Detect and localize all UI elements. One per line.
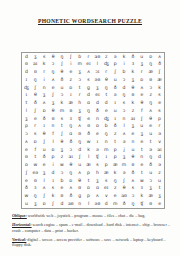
grid-cell[interactable]: ɜ — [31, 185, 40, 193]
grid-cell[interactable]: ŋ — [31, 76, 40, 84]
grid-cell[interactable]: t — [146, 138, 155, 146]
grid-cell[interactable]: ŋ — [66, 169, 75, 177]
grid-cell[interactable]: l — [84, 200, 93, 208]
grid-cell[interactable]: n — [120, 115, 129, 123]
grid-cell[interactable]: ɒ — [40, 107, 49, 115]
grid-cell[interactable]: t — [137, 169, 146, 177]
grid-cell[interactable]: ɔɪ — [93, 69, 102, 77]
grid-cell[interactable]: s — [155, 107, 164, 115]
grid-cell[interactable]: ð — [66, 138, 75, 146]
grid-cell[interactable]: d — [102, 100, 111, 108]
grid-cell[interactable]: ŋ — [120, 92, 129, 100]
grid-cell[interactable]: u — [137, 123, 146, 131]
grid-cell[interactable]: ʧ — [137, 200, 146, 208]
grid-cell[interactable]: ʒ — [40, 92, 49, 100]
grid-cell[interactable]: ŋ — [146, 154, 155, 162]
grid-cell[interactable]: ʊ — [58, 193, 67, 201]
grid-cell[interactable]: k — [129, 100, 138, 108]
grid-cell[interactable]: s — [49, 185, 58, 193]
grid-cell[interactable]: t — [31, 154, 40, 162]
grid-cell[interactable]: æ — [84, 162, 93, 170]
grid-cell[interactable]: h — [93, 169, 102, 177]
grid-cell[interactable]: ʃ — [111, 69, 120, 77]
grid-cell[interactable]: e — [40, 162, 49, 170]
grid-cell[interactable]: ʒ — [75, 107, 84, 115]
grid-cell[interactable]: aʊ — [66, 200, 75, 208]
grid-cell[interactable]: ŋ — [31, 193, 40, 201]
grid-cell[interactable]: ʒ — [120, 154, 129, 162]
grid-cell[interactable]: ʃ — [137, 115, 146, 123]
grid-cell[interactable]: ʌ — [155, 53, 164, 61]
grid-cell[interactable]: e — [111, 193, 120, 201]
grid-cell[interactable]: ɔ — [120, 107, 129, 115]
grid-cell[interactable]: ð — [146, 162, 155, 170]
grid-cell[interactable]: ʌ — [84, 69, 93, 77]
grid-cell[interactable]: i — [120, 61, 129, 69]
grid-cell[interactable]: h — [75, 100, 84, 108]
grid-cell[interactable]: z — [58, 154, 67, 162]
grid-cell[interactable]: ʃ — [49, 92, 58, 100]
grid-cell[interactable]: n — [75, 200, 84, 208]
grid-cell[interactable]: ʌ — [75, 123, 84, 131]
grid-cell[interactable]: l — [84, 154, 93, 162]
grid-cell[interactable]: ɔ — [49, 61, 58, 69]
grid-cell[interactable]: ʃ — [58, 131, 67, 139]
grid-cell[interactable]: ŋ — [84, 107, 93, 115]
grid-cell[interactable]: ʒ — [129, 76, 138, 84]
grid-cell[interactable]: u — [40, 146, 49, 154]
grid-cell[interactable]: ʧ — [75, 115, 84, 123]
grid-cell[interactable]: p — [49, 154, 58, 162]
grid-cell[interactable]: ʊ — [75, 131, 84, 139]
grid-cell[interactable]: ʃ — [31, 107, 40, 115]
grid-cell[interactable]: aɪ — [129, 115, 138, 123]
grid-cell[interactable]: ə — [146, 146, 155, 154]
grid-cell[interactable]: ŋ — [146, 61, 155, 69]
grid-cell[interactable]: ʌ — [120, 131, 129, 139]
grid-cell[interactable]: e — [137, 92, 146, 100]
grid-cell[interactable]: ʃ — [40, 193, 49, 201]
grid-cell[interactable]: ɪ — [22, 92, 31, 100]
grid-cell[interactable]: r — [137, 69, 146, 77]
grid-cell[interactable]: m — [58, 107, 67, 115]
grid-cell[interactable]: ŋ — [102, 131, 111, 139]
grid-cell[interactable]: ð — [111, 123, 120, 131]
grid-cell[interactable]: d — [58, 200, 67, 208]
grid-cell[interactable]: ɡ — [75, 193, 84, 201]
grid-cell[interactable]: eɪ — [84, 61, 93, 69]
grid-cell[interactable]: u — [146, 169, 155, 177]
grid-cell[interactable]: u — [137, 53, 146, 61]
grid-cell[interactable]: ŋ — [66, 123, 75, 131]
grid-cell[interactable]: e — [22, 177, 31, 185]
grid-cell[interactable]: æ — [155, 76, 164, 84]
grid-cell[interactable]: w — [137, 177, 146, 185]
grid-cell[interactable]: ɪ — [49, 177, 58, 185]
grid-cell[interactable]: ɡ — [84, 84, 93, 92]
grid-cell[interactable]: u — [146, 131, 155, 139]
grid-cell[interactable]: u — [58, 84, 67, 92]
grid-cell[interactable]: e — [31, 115, 40, 123]
grid-cell[interactable]: ʊ — [129, 92, 138, 100]
grid-cell[interactable]: s — [84, 76, 93, 84]
grid-cell[interactable]: ð — [129, 169, 138, 177]
grid-cell[interactable]: t — [75, 84, 84, 92]
grid-cell[interactable]: l — [120, 123, 129, 131]
grid-cell[interactable]: s — [120, 100, 129, 108]
grid-cell[interactable]: ʒ — [129, 123, 138, 131]
grid-cell[interactable]: p — [111, 154, 120, 162]
grid-cell[interactable]: ŋ — [129, 200, 138, 208]
grid-cell[interactable]: ð — [40, 154, 49, 162]
grid-cell[interactable]: v — [102, 193, 111, 201]
grid-cell[interactable]: θ — [120, 185, 129, 193]
grid-cell[interactable]: aɪ — [66, 154, 75, 162]
grid-cell[interactable]: i — [66, 61, 75, 69]
grid-cell[interactable]: ʊ — [31, 177, 40, 185]
grid-cell[interactable]: ʃ — [31, 84, 40, 92]
grid-cell[interactable]: ŋ — [58, 53, 67, 61]
grid-cell[interactable]: θ — [75, 177, 84, 185]
grid-cell[interactable]: θ — [58, 69, 67, 77]
grid-cell[interactable]: θ — [49, 107, 58, 115]
grid-cell[interactable]: e — [93, 131, 102, 139]
grid-cell[interactable]: s — [31, 131, 40, 139]
grid-cell[interactable]: n — [102, 138, 111, 146]
grid-cell[interactable]: ʒ — [93, 84, 102, 92]
grid-cell[interactable]: ŋ — [102, 84, 111, 92]
grid-cell[interactable]: ɪ — [111, 115, 120, 123]
grid-cell[interactable]: ə — [120, 138, 129, 146]
grid-cell[interactable]: ʒ — [155, 193, 164, 201]
grid-cell[interactable]: ə — [155, 131, 164, 139]
grid-cell[interactable]: ŋ — [49, 69, 58, 77]
grid-cell[interactable]: ŋ — [146, 100, 155, 108]
grid-cell[interactable]: ŋ — [111, 177, 120, 185]
grid-cell[interactable]: s — [102, 177, 111, 185]
grid-cell[interactable]: t — [22, 100, 31, 108]
grid-cell[interactable]: e — [146, 123, 155, 131]
grid-cell[interactable]: z — [102, 53, 111, 61]
grid-cell[interactable]: s — [155, 92, 164, 100]
grid-cell[interactable]: θ — [102, 76, 111, 84]
grid-cell[interactable]: ɒ — [93, 123, 102, 131]
grid-cell[interactable]: u — [22, 200, 31, 208]
grid-cell[interactable]: s — [129, 185, 138, 193]
grid-cell[interactable]: ʒ — [22, 115, 31, 123]
grid-cell[interactable]: ɔ — [146, 177, 155, 185]
grid-cell[interactable]: θ — [129, 154, 138, 162]
grid-cell[interactable]: ʌ — [49, 76, 58, 84]
grid-cell[interactable]: ɒ — [84, 185, 93, 193]
grid-cell[interactable]: d — [93, 100, 102, 108]
grid-cell[interactable]: ʒ — [31, 200, 40, 208]
grid-cell[interactable]: aʊ — [120, 193, 129, 201]
grid-cell[interactable]: m — [75, 61, 84, 69]
grid-cell[interactable]: z — [129, 107, 138, 115]
grid-cell[interactable]: t — [102, 92, 111, 100]
grid-cell[interactable]: ɒ — [66, 177, 75, 185]
grid-cell[interactable]: ʃ — [155, 69, 164, 77]
grid-cell[interactable]: n — [40, 84, 49, 92]
grid-cell[interactable]: k — [137, 193, 146, 201]
grid-cell[interactable]: m — [102, 146, 111, 154]
grid-cell[interactable]: p — [111, 146, 120, 154]
grid-cell[interactable]: aɪ — [155, 146, 164, 154]
grid-cell[interactable]: ʒ — [137, 61, 146, 69]
grid-cell[interactable]: t — [111, 138, 120, 146]
grid-cell[interactable]: z — [111, 185, 120, 193]
grid-cell[interactable]: ð — [31, 100, 40, 108]
grid-cell[interactable]: ɑ — [84, 100, 93, 108]
grid-cell[interactable]: j — [120, 146, 129, 154]
grid-cell[interactable]: ɔ — [58, 169, 67, 177]
grid-cell[interactable]: θ — [40, 131, 49, 139]
grid-cell[interactable]: ð — [129, 53, 138, 61]
grid-cell[interactable]: d — [102, 200, 111, 208]
grid-cell[interactable]: θ — [129, 84, 138, 92]
grid-cell[interactable]: ʊ — [49, 115, 58, 123]
grid-cell[interactable]: t — [84, 177, 93, 185]
grid-cell[interactable]: ʤ — [22, 84, 31, 92]
grid-cell[interactable]: ə — [120, 169, 129, 177]
grid-cell[interactable]: ɪ — [40, 123, 49, 131]
grid-cell[interactable]: ʊ — [31, 69, 40, 77]
grid-cell[interactable]: ʊ — [146, 76, 155, 84]
grid-cell[interactable]: n — [93, 115, 102, 123]
grid-cell[interactable]: ə — [111, 92, 120, 100]
grid-cell[interactable]: ʊ — [66, 107, 75, 115]
grid-cell[interactable]: u — [111, 107, 120, 115]
grid-cell[interactable]: k — [40, 61, 49, 69]
grid-cell[interactable]: θ — [66, 162, 75, 170]
grid-cell[interactable]: aɪ — [31, 61, 40, 69]
grid-cell[interactable]: ɔ — [120, 76, 129, 84]
grid-cell[interactable]: eə — [31, 169, 40, 177]
grid-cell[interactable]: e — [155, 100, 164, 108]
grid-cell[interactable]: t — [58, 123, 67, 131]
grid-cell[interactable]: ð — [93, 107, 102, 115]
grid-cell[interactable]: ʒ — [31, 53, 40, 61]
grid-cell[interactable]: k — [84, 146, 93, 154]
grid-cell[interactable]: ʒ — [146, 185, 155, 193]
grid-cell[interactable]: b — [120, 69, 129, 77]
grid-cell[interactable]: æ — [102, 169, 111, 177]
grid-cell[interactable]: k — [120, 53, 129, 61]
grid-cell[interactable]: r — [31, 123, 40, 131]
grid-cell[interactable]: ð — [84, 131, 93, 139]
grid-cell[interactable]: u — [129, 146, 138, 154]
grid-cell[interactable]: k — [49, 193, 58, 201]
grid-cell[interactable]: ʌ — [129, 177, 138, 185]
grid-cell[interactable]: ʊ — [22, 154, 31, 162]
grid-cell[interactable]: k — [58, 100, 67, 108]
grid-cell[interactable]: ɪ — [93, 138, 102, 146]
grid-cell[interactable]: ɔ — [58, 92, 67, 100]
grid-cell[interactable]: ʌ — [93, 193, 102, 201]
grid-cell[interactable]: d — [120, 84, 129, 92]
grid-cell[interactable]: e — [155, 200, 164, 208]
grid-cell[interactable]: ɔ — [75, 76, 84, 84]
grid-cell[interactable]: æ — [146, 193, 155, 201]
grid-cell[interactable]: ʊ — [22, 61, 31, 69]
grid-cell[interactable]: s — [40, 53, 49, 61]
grid-cell[interactable]: æ — [66, 100, 75, 108]
grid-cell[interactable]: f — [31, 146, 40, 154]
grid-cell[interactable]: eɪ — [102, 185, 111, 193]
grid-cell[interactable]: l — [22, 107, 31, 115]
grid-cell[interactable]: e — [22, 146, 31, 154]
grid-cell[interactable]: ə — [155, 162, 164, 170]
grid-cell[interactable]: d — [49, 169, 58, 177]
grid-cell[interactable]: ʊ — [84, 123, 93, 131]
grid-cell[interactable]: p — [102, 162, 111, 170]
grid-cell[interactable]: əʊ — [93, 76, 102, 84]
grid-cell[interactable]: ɒ — [31, 138, 40, 146]
grid-cell[interactable]: t — [155, 185, 164, 193]
grid-cell[interactable]: ɒ — [40, 200, 49, 208]
grid-cell[interactable]: b — [75, 53, 84, 61]
grid-cell[interactable]: θ — [49, 53, 58, 61]
grid-cell[interactable]: ɔ — [146, 84, 155, 92]
grid-cell[interactable]: ʃ — [22, 169, 31, 177]
grid-cell[interactable]: ɜ — [129, 61, 138, 69]
grid-cell[interactable]: θ — [137, 100, 146, 108]
grid-cell[interactable]: z — [66, 76, 75, 84]
grid-cell[interactable]: æ — [146, 69, 155, 77]
grid-cell[interactable]: z — [146, 92, 155, 100]
grid-cell[interactable]: w — [31, 162, 40, 170]
grid-cell[interactable]: e — [66, 69, 75, 77]
grid-cell[interactable]: ɒ — [146, 53, 155, 61]
grid-cell[interactable]: l — [49, 138, 58, 146]
grid-cell[interactable]: aʊ — [93, 53, 102, 61]
grid-cell[interactable]: ɜ — [66, 115, 75, 123]
grid-cell[interactable]: ð — [40, 115, 49, 123]
grid-cell[interactable]: r — [40, 69, 49, 77]
grid-cell[interactable]: e — [129, 131, 138, 139]
grid-cell[interactable]: ʒ — [137, 131, 146, 139]
grid-cell[interactable]: z — [155, 169, 164, 177]
grid-cell[interactable]: u — [155, 177, 164, 185]
grid-cell[interactable]: u — [111, 76, 120, 84]
grid-cell[interactable]: ʊ — [129, 162, 138, 170]
grid-cell[interactable]: ʤ — [102, 61, 111, 69]
grid-cell[interactable]: ð — [111, 84, 120, 92]
grid-cell[interactable]: d — [155, 154, 164, 162]
grid-cell[interactable]: ŋ — [75, 138, 84, 146]
grid-cell[interactable]: ɪ — [66, 92, 75, 100]
grid-cell[interactable]: θ — [58, 138, 67, 146]
grid-cell[interactable]: ʧ — [93, 154, 102, 162]
grid-cell[interactable]: n — [49, 123, 58, 131]
grid-cell[interactable]: p — [155, 115, 164, 123]
grid-cell[interactable]: ʒ — [40, 169, 49, 177]
grid-cell[interactable]: ð — [120, 200, 129, 208]
grid-cell[interactable]: k — [111, 169, 120, 177]
grid-cell[interactable]: æ — [111, 162, 120, 170]
grid-cell[interactable]: r — [75, 92, 84, 100]
grid-cell[interactable]: ʌ — [40, 185, 49, 193]
grid-cell[interactable]: ɒ — [49, 146, 58, 154]
grid-cell[interactable]: k — [155, 84, 164, 92]
grid-cell[interactable]: l — [93, 61, 102, 69]
grid-cell[interactable]: ʃ — [40, 138, 49, 146]
grid-cell[interactable]: p — [84, 193, 93, 201]
grid-cell[interactable]: p — [22, 123, 31, 131]
grid-cell[interactable]: m — [120, 162, 129, 170]
grid-cell[interactable]: ʊ — [75, 185, 84, 193]
grid-cell[interactable]: e — [102, 107, 111, 115]
grid-cell[interactable]: r — [84, 53, 93, 61]
grid-cell[interactable]: ʃ — [58, 61, 67, 69]
grid-cell[interactable]: ʌ — [22, 138, 31, 146]
grid-cell[interactable]: b — [58, 177, 67, 185]
grid-cell[interactable]: ɔ — [129, 193, 138, 201]
grid-cell[interactable]: r — [102, 69, 111, 77]
grid-cell[interactable]: ʒ — [93, 177, 102, 185]
grid-cell[interactable]: ʒ — [49, 100, 58, 108]
grid-cell[interactable]: d — [22, 53, 31, 61]
grid-cell[interactable]: ð — [155, 61, 164, 69]
grid-cell[interactable]: θ — [31, 92, 40, 100]
grid-cell[interactable]: p — [84, 169, 93, 177]
grid-cell[interactable]: ɒ — [22, 162, 31, 170]
grid-cell[interactable]: ʃ — [49, 200, 58, 208]
grid-cell[interactable]: ʃ — [66, 53, 75, 61]
grid-cell[interactable]: ʊ — [146, 200, 155, 208]
grid-cell[interactable]: z — [111, 131, 120, 139]
grid-cell[interactable]: u — [75, 162, 84, 170]
grid-cell[interactable]: s — [58, 115, 67, 123]
grid-cell[interactable]: ɪ — [111, 100, 120, 108]
grid-cell[interactable]: ɔ — [22, 131, 31, 139]
grid-cell[interactable]: d — [84, 92, 93, 100]
grid-cell[interactable]: f — [137, 107, 146, 115]
grid-cell[interactable]: ɒ — [137, 76, 146, 84]
grid-cell[interactable]: e — [58, 185, 67, 193]
grid-cell[interactable]: ɑ — [93, 185, 102, 193]
grid-cell[interactable]: ʌ — [137, 84, 146, 92]
grid-cell[interactable]: t — [137, 146, 146, 154]
grid-cell[interactable]: w — [84, 138, 93, 146]
grid-cell[interactable]: ʌ — [75, 169, 84, 177]
grid-cell[interactable]: ə — [111, 53, 120, 61]
grid-cell[interactable]: ð — [22, 185, 31, 193]
grid-cell[interactable]: l — [40, 177, 49, 185]
grid-cell[interactable]: ʌ — [40, 100, 49, 108]
grid-cell[interactable]: ʌ — [66, 185, 75, 193]
grid-cell[interactable]: ʒ — [58, 146, 67, 154]
grid-cell[interactable]: e — [84, 115, 93, 123]
grid-cell[interactable]: ʃ — [120, 177, 129, 185]
grid-cell[interactable]: n — [137, 154, 146, 162]
grid-cell[interactable]: e — [137, 138, 146, 146]
grid-cell[interactable]: ə — [93, 146, 102, 154]
grid-cell[interactable]: k — [129, 69, 138, 77]
grid-cell[interactable]: e — [49, 84, 58, 92]
grid-cell[interactable]: ʒ — [75, 69, 84, 77]
grid-cell[interactable]: ɑ — [66, 131, 75, 139]
grid-cell[interactable]: ð — [58, 76, 67, 84]
grid-cell[interactable]: əʊ — [93, 200, 102, 208]
grid-cell[interactable]: ɔ — [66, 146, 75, 154]
grid-cell[interactable]: f — [49, 131, 58, 139]
grid-cell[interactable]: v — [155, 138, 164, 146]
grid-cell[interactable]: n — [129, 138, 138, 146]
grid-cell[interactable]: p — [111, 61, 120, 69]
grid-cell[interactable]: d — [22, 69, 31, 77]
